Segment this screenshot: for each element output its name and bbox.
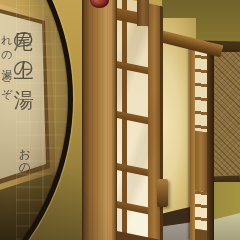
door-wood-bottom xyxy=(195,229,207,240)
door-small-panes-top xyxy=(195,41,207,133)
door-wood-midsection xyxy=(195,131,207,193)
door-right-shadow-lip xyxy=(207,42,214,240)
transom-mullion xyxy=(137,0,149,26)
edge-on-door xyxy=(190,40,214,240)
shoji-diagonal-shadows xyxy=(112,0,163,240)
wooden-door-handle xyxy=(157,179,168,207)
door-small-panes-bottom xyxy=(195,191,207,231)
woven-wall-panel xyxy=(212,52,240,182)
shoji-screen xyxy=(112,0,163,240)
wood-pillar xyxy=(82,0,117,240)
photo-japanese-interior: れの湯とぞ 尾の上の湯 おの xyxy=(0,0,240,240)
